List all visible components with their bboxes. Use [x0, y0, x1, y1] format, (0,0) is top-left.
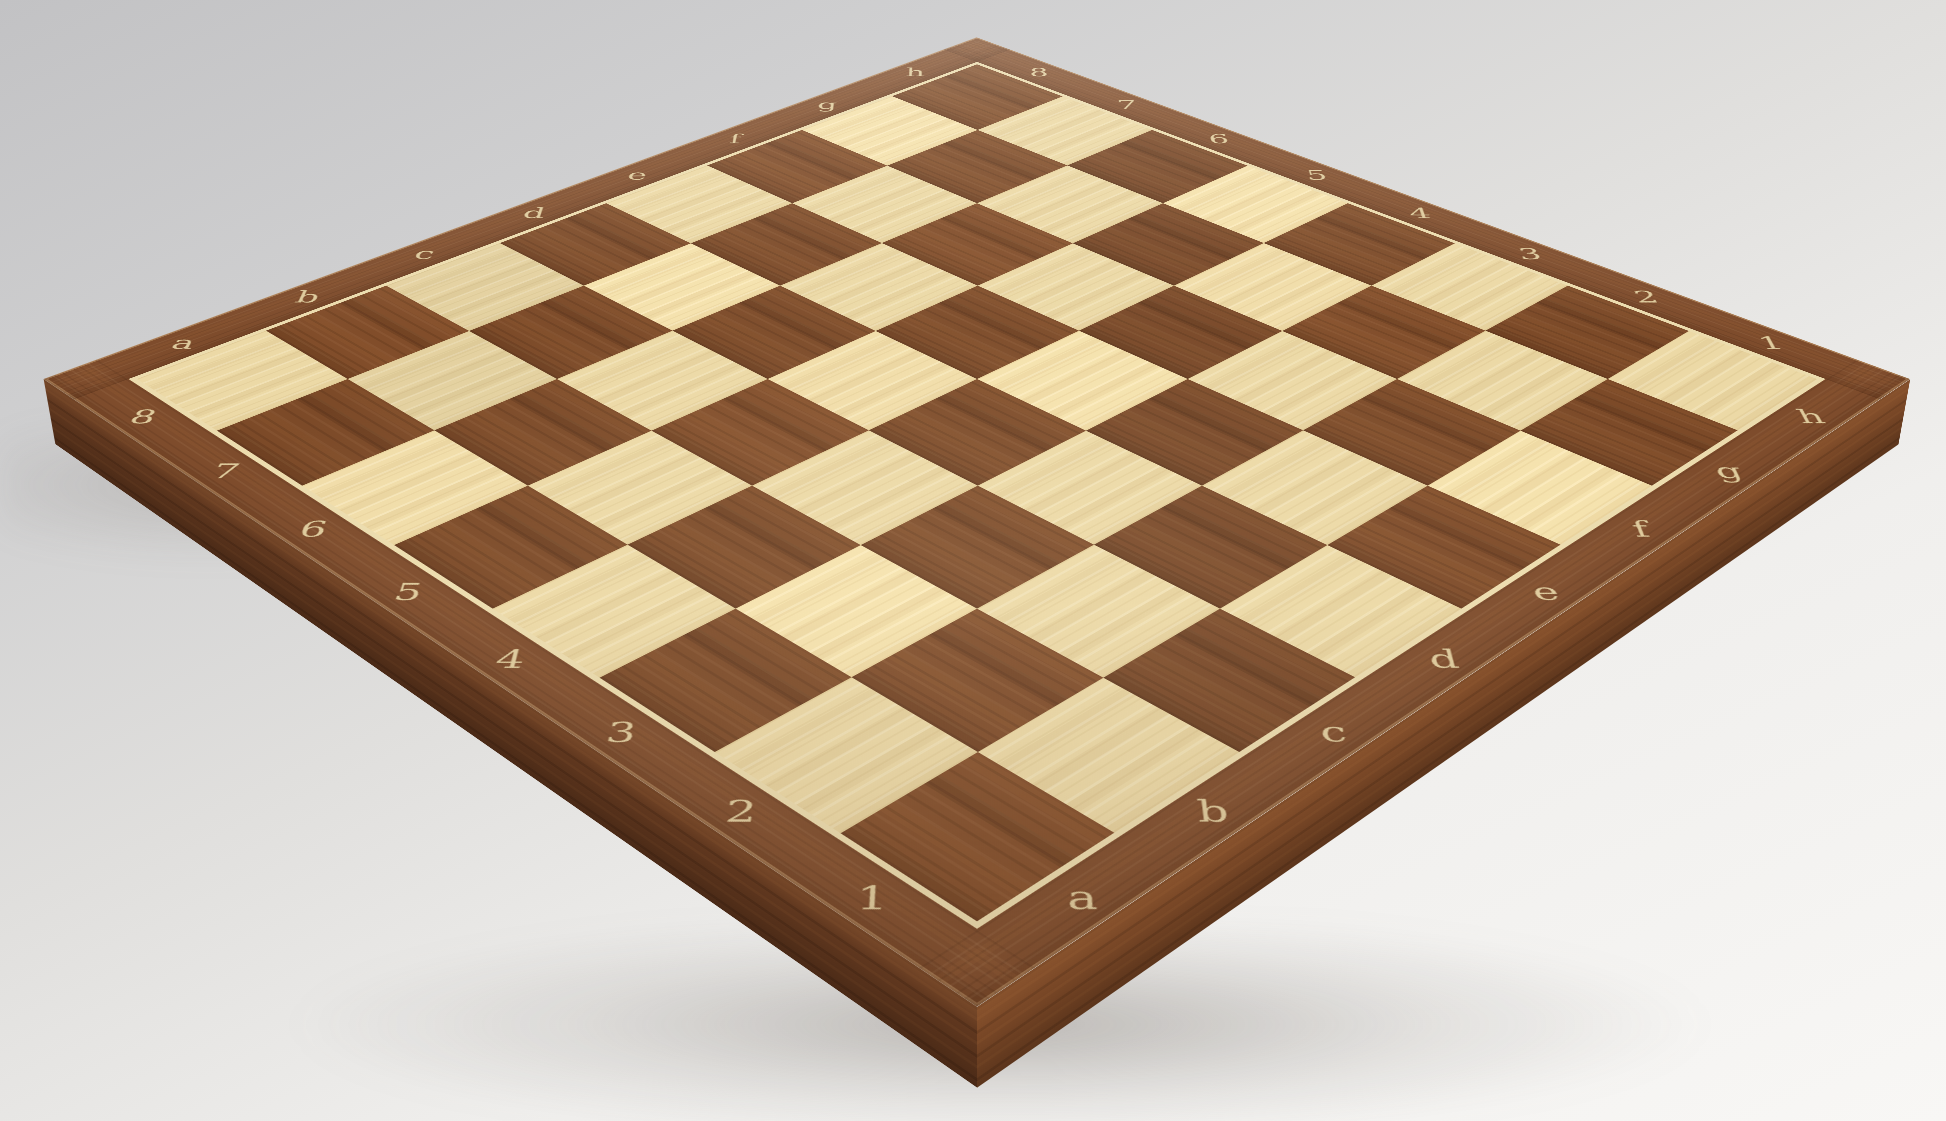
coord-label-right-2: 2	[1631, 289, 1661, 305]
squares-grid	[137, 64, 1817, 921]
square-a4	[493, 545, 735, 678]
coord-label-right-3: 3	[1516, 246, 1544, 261]
square-b3	[735, 545, 977, 678]
square-d4	[868, 379, 1085, 486]
coord-label-right-5: 5	[1304, 168, 1328, 181]
square-a2	[715, 677, 977, 833]
frame-edge-near-files: abcdefgh	[918, 359, 1910, 1007]
coord-label-bottom-a: a	[1066, 882, 1098, 915]
coord-label-top-e: e	[626, 168, 649, 181]
square-c3	[860, 486, 1093, 609]
square-d3	[977, 430, 1202, 544]
coord-label-left-1: 1	[855, 882, 889, 915]
coord-label-left-4: 4	[493, 647, 528, 672]
square-d1	[1219, 545, 1461, 678]
coord-label-top-a: a	[168, 334, 199, 351]
square-e1	[1327, 486, 1560, 609]
coord-label-top-d: d	[521, 206, 547, 220]
coord-label-left-7: 7	[208, 461, 243, 481]
coord-label-bottom-d: d	[1426, 647, 1462, 672]
square-d2	[1094, 486, 1327, 609]
square-c2	[977, 545, 1219, 678]
square-e2	[1202, 430, 1427, 544]
frame-edge-near-ranks: 87654321	[44, 359, 1036, 1007]
coord-label-left-5: 5	[391, 580, 426, 603]
coord-label-right-8: 8	[1029, 67, 1049, 78]
coord-label-bottom-c: c	[1317, 719, 1349, 747]
square-a1	[840, 752, 1114, 921]
coord-label-top-h: h	[905, 67, 925, 78]
square-f1	[1427, 430, 1652, 544]
coord-label-bottom-g: g	[1711, 461, 1746, 481]
coord-label-left-3: 3	[603, 719, 638, 747]
square-b5	[527, 430, 752, 544]
coord-label-top-g: g	[817, 99, 838, 111]
square-f2	[1303, 379, 1520, 486]
square-b4	[627, 486, 860, 609]
square-a7	[217, 379, 434, 486]
coord-label-bottom-f: f	[1628, 518, 1652, 540]
coord-label-right-4: 4	[1407, 206, 1433, 220]
coord-label-right-7: 7	[1116, 99, 1137, 111]
square-c1	[1103, 609, 1355, 752]
square-b2	[851, 609, 1103, 752]
coord-label-top-c: c	[411, 246, 437, 261]
square-c5	[651, 379, 868, 486]
chess-board: abcdefgh abcdefgh 87654321 87654321	[44, 37, 1911, 1006]
square-b1	[977, 677, 1239, 833]
coord-label-top-f: f	[728, 133, 742, 146]
square-g1	[1520, 379, 1737, 486]
board-top-face: abcdefgh abcdefgh 87654321 87654321	[44, 37, 1911, 1006]
coord-label-right-1: 1	[1754, 334, 1787, 351]
photo-backdrop: abcdefgh abcdefgh 87654321 87654321	[0, 0, 1946, 1121]
square-a3	[599, 609, 851, 752]
coord-label-right-6: 6	[1208, 133, 1231, 146]
coord-label-left-8: 8	[126, 407, 161, 426]
coord-label-left-2: 2	[724, 797, 759, 827]
square-a5	[394, 486, 627, 609]
coord-label-top-b: b	[292, 289, 323, 305]
coord-label-bottom-h: h	[1793, 407, 1828, 426]
coord-label-left-6: 6	[296, 518, 331, 540]
square-b6	[434, 379, 651, 486]
coord-label-bottom-e: e	[1529, 580, 1562, 603]
perspective-scene: abcdefgh abcdefgh 87654321 87654321	[0, 0, 1946, 1121]
square-e3	[1086, 379, 1303, 486]
coord-label-bottom-b: b	[1195, 797, 1230, 827]
playing-area	[128, 62, 1825, 929]
square-c4	[752, 430, 977, 544]
square-a6	[302, 430, 527, 544]
